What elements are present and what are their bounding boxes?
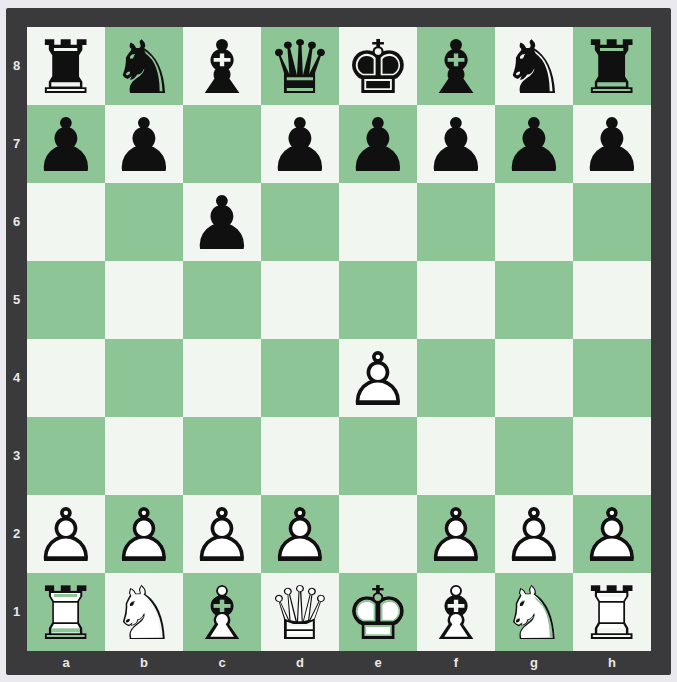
black-piece-fill: ♜ (27, 28, 105, 106)
white-knight-icon[interactable]: ♞♘ (105, 573, 183, 651)
file-label-c: c (183, 651, 261, 675)
black-piece-fill: ♝ (183, 28, 261, 106)
white-king-icon[interactable]: ♚♔ (339, 573, 417, 651)
chess-board: ♜♞♝♛♚♝♞♜♟♟♟♟♟♟♟♟♟♙♟♙♟♙♟♙♟♙♟♙♟♙♟♙♜♖♞♘♝♗♛♕… (27, 27, 651, 651)
square-f1[interactable]: ♝♗ (417, 573, 495, 651)
white-piece-outline: ♘ (495, 574, 573, 652)
black-pawn-icon[interactable]: ♟ (339, 105, 417, 183)
square-a2[interactable]: ♟♙ (27, 495, 105, 573)
white-piece-outline: ♔ (339, 574, 417, 652)
square-g1[interactable]: ♞♘ (495, 573, 573, 651)
black-king-icon[interactable]: ♚ (339, 27, 417, 105)
square-f6[interactable] (417, 183, 495, 261)
square-d3[interactable] (261, 417, 339, 495)
square-d6[interactable] (261, 183, 339, 261)
square-g6[interactable] (495, 183, 573, 261)
square-c3[interactable] (183, 417, 261, 495)
rank-label-1: 1 (6, 573, 27, 651)
white-piece-outline: ♙ (417, 496, 495, 574)
black-bishop-icon[interactable]: ♝ (417, 27, 495, 105)
square-e8[interactable]: ♚ (339, 27, 417, 105)
black-piece-fill: ♟ (261, 106, 339, 184)
square-c4[interactable] (183, 339, 261, 417)
white-piece-outline: ♖ (27, 574, 105, 652)
black-piece-fill: ♟ (183, 184, 261, 262)
square-f2[interactable]: ♟♙ (417, 495, 495, 573)
white-piece-outline: ♖ (573, 574, 651, 652)
white-pawn-icon[interactable]: ♟♙ (417, 495, 495, 573)
square-f5[interactable] (417, 261, 495, 339)
square-c8[interactable]: ♝ (183, 27, 261, 105)
white-queen-icon[interactable]: ♛♕ (261, 573, 339, 651)
black-rook-icon[interactable]: ♜ (573, 27, 651, 105)
black-piece-fill: ♟ (573, 106, 651, 184)
square-h7[interactable]: ♟ (573, 105, 651, 183)
square-g5[interactable] (495, 261, 573, 339)
square-a7[interactable]: ♟ (27, 105, 105, 183)
square-f8[interactable]: ♝ (417, 27, 495, 105)
white-rook-icon[interactable]: ♜♖ (573, 573, 651, 651)
chess-board-frame: ♜♞♝♛♚♝♞♜♟♟♟♟♟♟♟♟♟♙♟♙♟♙♟♙♟♙♟♙♟♙♟♙♜♖♞♘♝♗♛♕… (6, 8, 671, 675)
square-d2[interactable]: ♟♙ (261, 495, 339, 573)
black-pawn-icon[interactable]: ♟ (417, 105, 495, 183)
square-g3[interactable] (495, 417, 573, 495)
square-a1[interactable]: ♜♖ (27, 573, 105, 651)
white-piece-outline: ♘ (105, 574, 183, 652)
black-piece-fill: ♟ (495, 106, 573, 184)
square-h6[interactable] (573, 183, 651, 261)
square-e6[interactable] (339, 183, 417, 261)
square-h3[interactable] (573, 417, 651, 495)
black-bishop-icon[interactable]: ♝ (183, 27, 261, 105)
white-pawn-icon[interactable]: ♟♙ (27, 495, 105, 573)
white-pawn-icon[interactable]: ♟♙ (339, 339, 417, 417)
white-piece-outline: ♗ (183, 574, 261, 652)
black-pawn-icon[interactable]: ♟ (495, 105, 573, 183)
black-piece-fill: ♟ (27, 106, 105, 184)
white-piece-outline: ♙ (105, 496, 183, 574)
square-b4[interactable] (105, 339, 183, 417)
square-g8[interactable]: ♞ (495, 27, 573, 105)
black-piece-fill: ♞ (105, 28, 183, 106)
file-label-h: h (573, 651, 651, 675)
square-d1[interactable]: ♛♕ (261, 573, 339, 651)
square-h1[interactable]: ♜♖ (573, 573, 651, 651)
black-pawn-icon[interactable]: ♟ (261, 105, 339, 183)
black-rook-icon[interactable]: ♜ (27, 27, 105, 105)
black-queen-icon[interactable]: ♛ (261, 27, 339, 105)
square-g2[interactable]: ♟♙ (495, 495, 573, 573)
black-pawn-icon[interactable]: ♟ (27, 105, 105, 183)
black-knight-icon[interactable]: ♞ (105, 27, 183, 105)
white-piece-outline: ♗ (417, 574, 495, 652)
square-b8[interactable]: ♞ (105, 27, 183, 105)
file-label-g: g (495, 651, 573, 675)
square-c2[interactable]: ♟♙ (183, 495, 261, 573)
square-b6[interactable] (105, 183, 183, 261)
square-a8[interactable]: ♜ (27, 27, 105, 105)
white-pawn-icon[interactable]: ♟♙ (183, 495, 261, 573)
white-rook-icon[interactable]: ♜♖ (27, 573, 105, 651)
black-knight-icon[interactable]: ♞ (495, 27, 573, 105)
black-piece-fill: ♜ (573, 28, 651, 106)
black-piece-fill: ♟ (105, 106, 183, 184)
black-piece-fill: ♝ (417, 28, 495, 106)
square-a6[interactable] (27, 183, 105, 261)
rank-label-7: 7 (6, 105, 27, 183)
square-f4[interactable] (417, 339, 495, 417)
square-a3[interactable] (27, 417, 105, 495)
square-e4[interactable]: ♟♙ (339, 339, 417, 417)
file-label-a: a (27, 651, 105, 675)
white-piece-outline: ♙ (339, 340, 417, 418)
square-b5[interactable] (105, 261, 183, 339)
square-e1[interactable]: ♚♔ (339, 573, 417, 651)
black-pawn-icon[interactable]: ♟ (183, 183, 261, 261)
square-d5[interactable] (261, 261, 339, 339)
rank-label-2: 2 (6, 495, 27, 573)
square-g4[interactable] (495, 339, 573, 417)
square-e7[interactable]: ♟ (339, 105, 417, 183)
black-piece-fill: ♟ (417, 106, 495, 184)
white-pawn-icon[interactable]: ♟♙ (573, 495, 651, 573)
page-background: ♜♞♝♛♚♝♞♜♟♟♟♟♟♟♟♟♟♙♟♙♟♙♟♙♟♙♟♙♟♙♟♙♜♖♞♘♝♗♛♕… (0, 0, 677, 682)
square-f3[interactable] (417, 417, 495, 495)
square-g7[interactable]: ♟ (495, 105, 573, 183)
rank-label-5: 5 (6, 261, 27, 339)
black-piece-fill: ♞ (495, 28, 573, 106)
square-d7[interactable]: ♟ (261, 105, 339, 183)
white-bishop-icon[interactable]: ♝♗ (183, 573, 261, 651)
file-label-e: e (339, 651, 417, 675)
square-c7[interactable] (183, 105, 261, 183)
square-h2[interactable]: ♟♙ (573, 495, 651, 573)
square-e5[interactable] (339, 261, 417, 339)
white-knight-icon[interactable]: ♞♘ (495, 573, 573, 651)
rank-label-8: 8 (6, 27, 27, 105)
white-piece-outline: ♕ (261, 574, 339, 652)
black-pawn-icon[interactable]: ♟ (573, 105, 651, 183)
white-piece-outline: ♙ (495, 496, 573, 574)
white-bishop-icon[interactable]: ♝♗ (417, 573, 495, 651)
square-a5[interactable] (27, 261, 105, 339)
white-pawn-icon[interactable]: ♟♙ (495, 495, 573, 573)
square-b1[interactable]: ♞♘ (105, 573, 183, 651)
black-pawn-icon[interactable]: ♟ (105, 105, 183, 183)
square-f7[interactable]: ♟ (417, 105, 495, 183)
white-piece-outline: ♙ (27, 496, 105, 574)
square-e3[interactable] (339, 417, 417, 495)
file-label-d: d (261, 651, 339, 675)
square-e2[interactable] (339, 495, 417, 573)
black-piece-fill: ♛ (261, 28, 339, 106)
white-piece-outline: ♙ (573, 496, 651, 574)
square-c6[interactable]: ♟ (183, 183, 261, 261)
file-label-b: b (105, 651, 183, 675)
rank-label-3: 3 (6, 417, 27, 495)
white-piece-outline: ♙ (183, 496, 261, 574)
white-pawn-icon[interactable]: ♟♙ (105, 495, 183, 573)
square-h4[interactable] (573, 339, 651, 417)
square-a4[interactable] (27, 339, 105, 417)
square-c1[interactable]: ♝♗ (183, 573, 261, 651)
square-b2[interactable]: ♟♙ (105, 495, 183, 573)
white-piece-outline: ♙ (261, 496, 339, 574)
black-piece-fill: ♚ (339, 28, 417, 106)
square-h5[interactable] (573, 261, 651, 339)
square-d8[interactable]: ♛ (261, 27, 339, 105)
square-d4[interactable] (261, 339, 339, 417)
square-b7[interactable]: ♟ (105, 105, 183, 183)
square-c5[interactable] (183, 261, 261, 339)
black-piece-fill: ♟ (339, 106, 417, 184)
rank-label-6: 6 (6, 183, 27, 261)
white-pawn-icon[interactable]: ♟♙ (261, 495, 339, 573)
file-label-f: f (417, 651, 495, 675)
rank-label-4: 4 (6, 339, 27, 417)
square-h8[interactable]: ♜ (573, 27, 651, 105)
square-b3[interactable] (105, 417, 183, 495)
